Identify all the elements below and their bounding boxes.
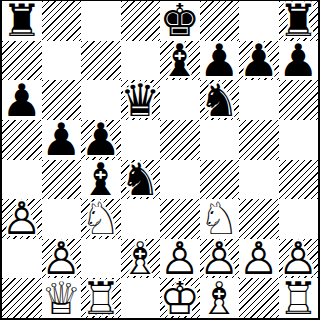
white-pawn-fill: ♟ [200, 239, 240, 279]
white-rook-fill: ♜ [81, 278, 121, 318]
white-pawn-glyph: ♙ [160, 239, 200, 279]
piece-white-bishop[interactable]: ♝♗ [121, 239, 161, 279]
square-b1[interactable]: ♛♕ [42, 278, 82, 318]
square-f3[interactable]: ♞♘ [200, 199, 240, 239]
square-b2[interactable]: ♟♙ [42, 239, 82, 279]
piece-black-pawn[interactable]: ♟ [42, 120, 82, 160]
white-pawn-glyph: ♙ [42, 239, 82, 279]
square-h3[interactable] [279, 199, 319, 239]
square-g1[interactable] [239, 278, 279, 318]
square-h8[interactable]: ♜ [279, 1, 319, 41]
piece-black-pawn[interactable]: ♟ [81, 120, 121, 160]
square-g5[interactable] [239, 120, 279, 160]
piece-white-knight[interactable]: ♞♘ [81, 199, 121, 239]
square-b8[interactable] [42, 1, 82, 41]
square-b4[interactable] [42, 160, 82, 200]
piece-white-pawn[interactable]: ♟♙ [2, 199, 42, 239]
black-king-glyph: ♚ [160, 1, 200, 41]
piece-black-bishop[interactable]: ♝ [160, 41, 200, 81]
square-c2[interactable] [81, 239, 121, 279]
square-g4[interactable] [239, 160, 279, 200]
piece-black-knight[interactable]: ♞ [121, 160, 161, 200]
square-e2[interactable]: ♟♙ [160, 239, 200, 279]
white-bishop-glyph: ♗ [121, 239, 161, 279]
black-knight-glyph: ♞ [121, 160, 161, 200]
square-f5[interactable] [200, 120, 240, 160]
square-e7[interactable]: ♝ [160, 41, 200, 81]
square-e5[interactable] [160, 120, 200, 160]
piece-black-rook[interactable]: ♜ [279, 1, 319, 41]
piece-white-pawn[interactable]: ♟♙ [42, 239, 82, 279]
piece-black-knight[interactable]: ♞ [200, 80, 240, 120]
square-a6[interactable]: ♟ [2, 80, 42, 120]
piece-white-bishop[interactable]: ♝♗ [200, 278, 240, 318]
white-knight-glyph: ♘ [81, 199, 121, 239]
square-e3[interactable] [160, 199, 200, 239]
piece-black-bishop[interactable]: ♝ [81, 160, 121, 200]
white-rook-glyph: ♖ [81, 278, 121, 318]
white-pawn-fill: ♟ [160, 239, 200, 279]
square-f2[interactable]: ♟♙ [200, 239, 240, 279]
piece-white-pawn[interactable]: ♟♙ [200, 239, 240, 279]
square-a3[interactable]: ♟♙ [2, 199, 42, 239]
square-b7[interactable] [42, 41, 82, 81]
white-pawn-glyph: ♙ [239, 239, 279, 279]
square-g8[interactable] [239, 1, 279, 41]
square-a1[interactable] [2, 278, 42, 318]
square-g6[interactable] [239, 80, 279, 120]
square-d8[interactable] [121, 1, 161, 41]
piece-white-pawn[interactable]: ♟♙ [239, 239, 279, 279]
piece-black-pawn[interactable]: ♟ [200, 41, 240, 81]
square-e4[interactable] [160, 160, 200, 200]
black-queen-glyph: ♛ [121, 80, 161, 120]
piece-black-king[interactable]: ♚ [160, 1, 200, 41]
piece-white-pawn[interactable]: ♟♙ [160, 239, 200, 279]
piece-white-pawn[interactable]: ♟♙ [279, 239, 319, 279]
square-a2[interactable] [2, 239, 42, 279]
square-h2[interactable]: ♟♙ [279, 239, 319, 279]
square-c8[interactable] [81, 1, 121, 41]
piece-black-pawn[interactable]: ♟ [2, 80, 42, 120]
square-a5[interactable] [2, 120, 42, 160]
piece-white-rook[interactable]: ♜♖ [81, 278, 121, 318]
square-d4[interactable]: ♞ [121, 160, 161, 200]
square-h7[interactable]: ♟ [279, 41, 319, 81]
black-pawn-glyph: ♟ [279, 41, 319, 81]
square-b5[interactable]: ♟ [42, 120, 82, 160]
square-b3[interactable] [42, 199, 82, 239]
square-d6[interactable]: ♛ [121, 80, 161, 120]
black-pawn-glyph: ♟ [200, 41, 240, 81]
square-d5[interactable] [121, 120, 161, 160]
square-a7[interactable] [2, 41, 42, 81]
square-c6[interactable] [81, 80, 121, 120]
square-g7[interactable]: ♟ [239, 41, 279, 81]
white-king-fill: ♚ [160, 278, 200, 318]
square-h1[interactable]: ♜♖ [279, 278, 319, 318]
square-h6[interactable] [279, 80, 319, 120]
chess-board: ♜♚♜♝♟♟♟♟♛♞♟♟♝♞♟♙♞♘♞♘♟♙♝♗♟♙♟♙♟♙♟♙♛♕♜♖♚♔♝♗… [0, 0, 320, 320]
square-f1[interactable]: ♝♗ [200, 278, 240, 318]
white-bishop-fill: ♝ [200, 278, 240, 318]
piece-black-rook[interactable]: ♜ [2, 1, 42, 41]
square-f8[interactable] [200, 1, 240, 41]
white-knight-glyph: ♘ [200, 199, 240, 239]
square-d7[interactable] [121, 41, 161, 81]
white-queen-glyph: ♕ [42, 278, 82, 318]
square-c3[interactable]: ♞♘ [81, 199, 121, 239]
square-g2[interactable]: ♟♙ [239, 239, 279, 279]
white-pawn-glyph: ♙ [279, 239, 319, 279]
black-pawn-glyph: ♟ [239, 41, 279, 81]
square-f6[interactable]: ♞ [200, 80, 240, 120]
square-a8[interactable]: ♜ [2, 1, 42, 41]
white-bishop-glyph: ♗ [200, 278, 240, 318]
piece-black-queen[interactable]: ♛ [121, 80, 161, 120]
white-pawn-fill: ♟ [279, 239, 319, 279]
square-h4[interactable] [279, 160, 319, 200]
square-d3[interactable] [121, 199, 161, 239]
piece-white-queen[interactable]: ♛♕ [42, 278, 82, 318]
square-d2[interactable]: ♝♗ [121, 239, 161, 279]
square-c4[interactable]: ♝ [81, 160, 121, 200]
square-e8[interactable]: ♚ [160, 1, 200, 41]
square-a4[interactable] [2, 160, 42, 200]
white-pawn-fill: ♟ [42, 239, 82, 279]
square-c7[interactable] [81, 41, 121, 81]
black-knight-glyph: ♞ [200, 80, 240, 120]
square-e6[interactable] [160, 80, 200, 120]
white-pawn-glyph: ♙ [200, 239, 240, 279]
white-queen-fill: ♛ [42, 278, 82, 318]
black-bishop-glyph: ♝ [81, 160, 121, 200]
white-pawn-glyph: ♙ [2, 199, 42, 239]
white-bishop-fill: ♝ [121, 239, 161, 279]
piece-white-rook[interactable]: ♜♖ [279, 278, 319, 318]
square-h5[interactable] [279, 120, 319, 160]
black-pawn-glyph: ♟ [81, 120, 121, 160]
square-c5[interactable]: ♟ [81, 120, 121, 160]
white-king-glyph: ♔ [160, 278, 200, 318]
white-rook-fill: ♜ [279, 278, 319, 318]
square-f7[interactable]: ♟ [200, 41, 240, 81]
piece-white-king[interactable]: ♚♔ [160, 278, 200, 318]
piece-black-pawn[interactable]: ♟ [279, 41, 319, 81]
white-pawn-fill: ♟ [2, 199, 42, 239]
white-rook-glyph: ♖ [279, 278, 319, 318]
square-f4[interactable] [200, 160, 240, 200]
black-bishop-glyph: ♝ [160, 41, 200, 81]
black-rook-glyph: ♜ [279, 1, 319, 41]
piece-white-knight[interactable]: ♞♘ [200, 199, 240, 239]
black-rook-glyph: ♜ [2, 1, 42, 41]
square-e1[interactable]: ♚♔ [160, 278, 200, 318]
square-d1[interactable] [121, 278, 161, 318]
white-knight-fill: ♞ [81, 199, 121, 239]
white-pawn-fill: ♟ [239, 239, 279, 279]
square-b6[interactable] [42, 80, 82, 120]
piece-black-pawn[interactable]: ♟ [239, 41, 279, 81]
square-g3[interactable] [239, 199, 279, 239]
black-pawn-glyph: ♟ [42, 120, 82, 160]
square-c1[interactable]: ♜♖ [81, 278, 121, 318]
black-pawn-glyph: ♟ [2, 80, 42, 120]
white-knight-fill: ♞ [200, 199, 240, 239]
